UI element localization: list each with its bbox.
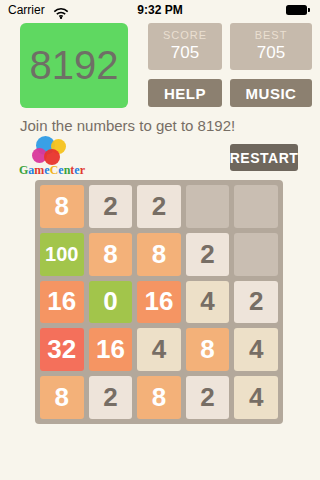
gamecenter-button[interactable]: GameCenter — [14, 134, 86, 178]
tile-0: 0 — [89, 281, 133, 324]
tile-16: 16 — [40, 281, 84, 324]
tile-4: 4 — [137, 328, 181, 371]
music-button[interactable]: MUSIC — [230, 79, 312, 107]
status-bar: Carrier 9:32 PM — [0, 0, 320, 20]
score-label: SCORE — [148, 29, 222, 41]
gamecenter-letter: G — [19, 163, 28, 177]
score-box: SCORE 705 — [148, 23, 222, 70]
tile-2: 2 — [186, 376, 230, 419]
tile-2: 2 — [89, 376, 133, 419]
goal-tile-8192: 8192 — [20, 23, 128, 108]
tile-32: 32 — [40, 328, 84, 371]
restart-button[interactable]: RESTART — [230, 144, 298, 171]
empty-cell — [234, 233, 278, 276]
tile-16: 16 — [89, 328, 133, 371]
tile-2: 2 — [137, 185, 181, 228]
tile-8: 8 — [137, 376, 181, 419]
tile-2: 2 — [186, 233, 230, 276]
best-box: BEST 705 — [230, 23, 312, 70]
tile-4: 4 — [234, 376, 278, 419]
tile-8: 8 — [186, 328, 230, 371]
tile-8: 8 — [89, 233, 133, 276]
gamecenter-letter: r — [80, 163, 85, 177]
tile-8: 8 — [40, 185, 84, 228]
goal-subtitle: Join the numbers to get to 8192! — [20, 117, 235, 134]
tile-100: 100 — [40, 233, 84, 276]
best-value: 705 — [230, 43, 312, 63]
help-button[interactable]: HELP — [148, 79, 222, 107]
gamecenter-wordmark: GameCenter — [16, 163, 88, 178]
score-value: 705 — [148, 43, 222, 63]
empty-cell — [234, 185, 278, 228]
gamecenter-letter: m — [34, 163, 44, 177]
tile-2: 2 — [89, 185, 133, 228]
tile-4: 4 — [234, 328, 278, 371]
tile-8: 8 — [137, 233, 181, 276]
battery-icon — [286, 5, 310, 15]
empty-cell — [186, 185, 230, 228]
tile-8: 8 — [40, 376, 84, 419]
board-grid[interactable]: 8221008821601642321648482824 — [35, 180, 283, 424]
tile-2: 2 — [234, 281, 278, 324]
best-label: BEST — [230, 29, 312, 41]
tile-4: 4 — [186, 281, 230, 324]
clock: 9:32 PM — [0, 3, 320, 17]
tile-16: 16 — [137, 281, 181, 324]
app-screen: Carrier 9:32 PM 8192 SCORE 705 BEST 705 … — [0, 0, 320, 480]
